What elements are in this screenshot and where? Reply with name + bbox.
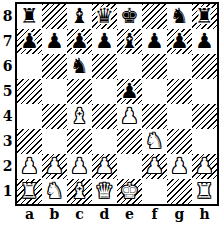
piece-black-pawn-e5[interactable]: ♟ [120, 79, 139, 104]
file-label-c: c [67, 206, 92, 224]
square-d2[interactable]: ♟ [92, 154, 117, 179]
square-b2[interactable]: ♟ [42, 154, 67, 179]
square-f6[interactable] [142, 54, 167, 79]
square-g4[interactable] [167, 104, 192, 129]
square-h1[interactable]: ♜ [192, 179, 217, 204]
square-g2[interactable]: ♟ [167, 154, 192, 179]
piece-white-bishop-c1[interactable]: ♝ [70, 179, 89, 204]
square-e5[interactable]: ♟ [117, 79, 142, 104]
square-c3[interactable] [67, 129, 92, 154]
square-g8[interactable]: ♞ [167, 4, 192, 29]
piece-white-pawn-h2[interactable]: ♟ [195, 154, 214, 179]
file-label-b: b [42, 206, 67, 224]
rank-label-8: 8 [0, 4, 15, 29]
square-g7[interactable]: ♟ [167, 29, 192, 54]
square-a7[interactable]: ♟ [17, 29, 42, 54]
square-a5[interactable] [17, 79, 42, 104]
piece-black-knight-g8[interactable]: ♞ [170, 4, 189, 29]
square-h4[interactable] [192, 104, 217, 129]
square-b4[interactable] [42, 104, 67, 129]
square-c1[interactable]: ♝ [67, 179, 92, 204]
square-f3[interactable]: ♞ [142, 129, 167, 154]
square-h6[interactable] [192, 54, 217, 79]
file-label-h: h [192, 206, 217, 224]
square-d6[interactable] [92, 54, 117, 79]
file-label-g: g [167, 206, 192, 224]
rank-label-5: 5 [0, 79, 15, 104]
piece-white-pawn-b2[interactable]: ♟ [45, 154, 64, 179]
piece-black-rook-h8[interactable]: ♜ [195, 4, 214, 29]
board-layout: 87654321 ♜♝♛♚♞♜♟♟♟♟♝♟♟♟♞♟♝♟♞♟♟♟♟♟♟♟♜♞♝♛♚… [0, 2, 219, 224]
square-b8[interactable] [42, 4, 67, 29]
piece-white-rook-h1[interactable]: ♜ [195, 179, 214, 204]
piece-white-pawn-a2[interactable]: ♟ [20, 154, 39, 179]
square-h8[interactable]: ♜ [192, 4, 217, 29]
square-f4[interactable] [142, 104, 167, 129]
rank-label-2: 2 [0, 154, 15, 179]
piece-black-bishop-e7[interactable]: ♝ [120, 29, 139, 54]
square-a8[interactable]: ♜ [17, 4, 42, 29]
square-c2[interactable]: ♟ [67, 154, 92, 179]
piece-white-knight-b1[interactable]: ♞ [45, 179, 64, 204]
square-c4[interactable]: ♝ [67, 104, 92, 129]
square-g1[interactable] [167, 179, 192, 204]
piece-white-pawn-f2[interactable]: ♟ [145, 154, 164, 179]
square-e6[interactable] [117, 54, 142, 79]
square-e4[interactable]: ♟ [117, 104, 142, 129]
square-b5[interactable] [42, 79, 67, 104]
piece-black-bishop-c8[interactable]: ♝ [70, 4, 89, 29]
rank-label-6: 6 [0, 54, 15, 79]
piece-black-pawn-d7[interactable]: ♟ [95, 29, 114, 54]
piece-white-bishop-c4[interactable]: ♝ [70, 104, 89, 129]
piece-white-king-e1[interactable]: ♚ [120, 179, 139, 204]
file-labels: abcdefgh [15, 206, 219, 224]
square-a6[interactable] [17, 54, 42, 79]
square-h3[interactable] [192, 129, 217, 154]
square-a4[interactable] [17, 104, 42, 129]
square-e8[interactable]: ♚ [117, 4, 142, 29]
piece-white-pawn-e4[interactable]: ♟ [120, 104, 139, 129]
piece-black-pawn-b7[interactable]: ♟ [45, 29, 64, 54]
square-g6[interactable] [167, 54, 192, 79]
square-d8[interactable]: ♛ [92, 4, 117, 29]
square-d1[interactable]: ♛ [92, 179, 117, 204]
piece-black-pawn-g7[interactable]: ♟ [170, 29, 189, 54]
square-d3[interactable] [92, 129, 117, 154]
square-d5[interactable] [92, 79, 117, 104]
piece-black-pawn-h7[interactable]: ♟ [195, 29, 214, 54]
square-h2[interactable]: ♟ [192, 154, 217, 179]
square-g5[interactable] [167, 79, 192, 104]
square-c6[interactable]: ♞ [67, 54, 92, 79]
square-e7[interactable]: ♝ [117, 29, 142, 54]
square-b6[interactable] [42, 54, 67, 79]
file-label-f: f [142, 206, 167, 224]
square-f5[interactable] [142, 79, 167, 104]
square-d7[interactable]: ♟ [92, 29, 117, 54]
square-e3[interactable] [117, 129, 142, 154]
piece-white-queen-d1[interactable]: ♛ [95, 179, 114, 204]
piece-white-pawn-d2[interactable]: ♟ [95, 154, 114, 179]
square-b7[interactable]: ♟ [42, 29, 67, 54]
rank-label-7: 7 [0, 29, 15, 54]
piece-black-pawn-f7[interactable]: ♟ [145, 29, 164, 54]
piece-black-queen-d8[interactable]: ♛ [95, 4, 114, 29]
square-g3[interactable] [167, 129, 192, 154]
square-c7[interactable]: ♟ [67, 29, 92, 54]
square-c5[interactable] [67, 79, 92, 104]
file-label-d: d [92, 206, 117, 224]
square-h5[interactable] [192, 79, 217, 104]
chess-board: ♜♝♛♚♞♜♟♟♟♟♝♟♟♟♞♟♝♟♞♟♟♟♟♟♟♟♜♞♝♛♚♜ [15, 2, 219, 206]
file-label-e: e [117, 206, 142, 224]
piece-black-pawn-a7[interactable]: ♟ [20, 29, 39, 54]
piece-black-rook-a8[interactable]: ♜ [20, 4, 39, 29]
square-e2[interactable] [117, 154, 142, 179]
rank-label-3: 3 [0, 129, 15, 154]
file-label-a: a [17, 206, 42, 224]
square-a3[interactable] [17, 129, 42, 154]
rank-label-4: 4 [0, 104, 15, 129]
square-e1[interactable]: ♚ [117, 179, 142, 204]
square-b3[interactable] [42, 129, 67, 154]
square-a1[interactable]: ♜ [17, 179, 42, 204]
piece-white-pawn-g2[interactable]: ♟ [170, 154, 189, 179]
chess-diagram: 87654321 ♜♝♛♚♞♜♟♟♟♟♝♟♟♟♞♟♝♟♞♟♟♟♟♟♟♟♜♞♝♛♚… [0, 0, 223, 226]
square-b1[interactable]: ♞ [42, 179, 67, 204]
rank-label-1: 1 [0, 179, 15, 204]
piece-black-king-e8[interactable]: ♚ [120, 4, 139, 29]
piece-white-pawn-c2[interactable]: ♟ [70, 154, 89, 179]
piece-black-knight-c6[interactable]: ♞ [70, 54, 89, 79]
square-c8[interactable]: ♝ [67, 4, 92, 29]
square-d4[interactable] [92, 104, 117, 129]
rank-labels: 87654321 [0, 2, 15, 206]
square-f1[interactable] [142, 179, 167, 204]
piece-black-pawn-c7[interactable]: ♟ [70, 29, 89, 54]
square-h7[interactable]: ♟ [192, 29, 217, 54]
square-f2[interactable]: ♟ [142, 154, 167, 179]
square-f8[interactable] [142, 4, 167, 29]
square-a2[interactable]: ♟ [17, 154, 42, 179]
piece-white-rook-a1[interactable]: ♜ [20, 179, 39, 204]
piece-white-knight-f3[interactable]: ♞ [145, 129, 164, 154]
square-f7[interactable]: ♟ [142, 29, 167, 54]
